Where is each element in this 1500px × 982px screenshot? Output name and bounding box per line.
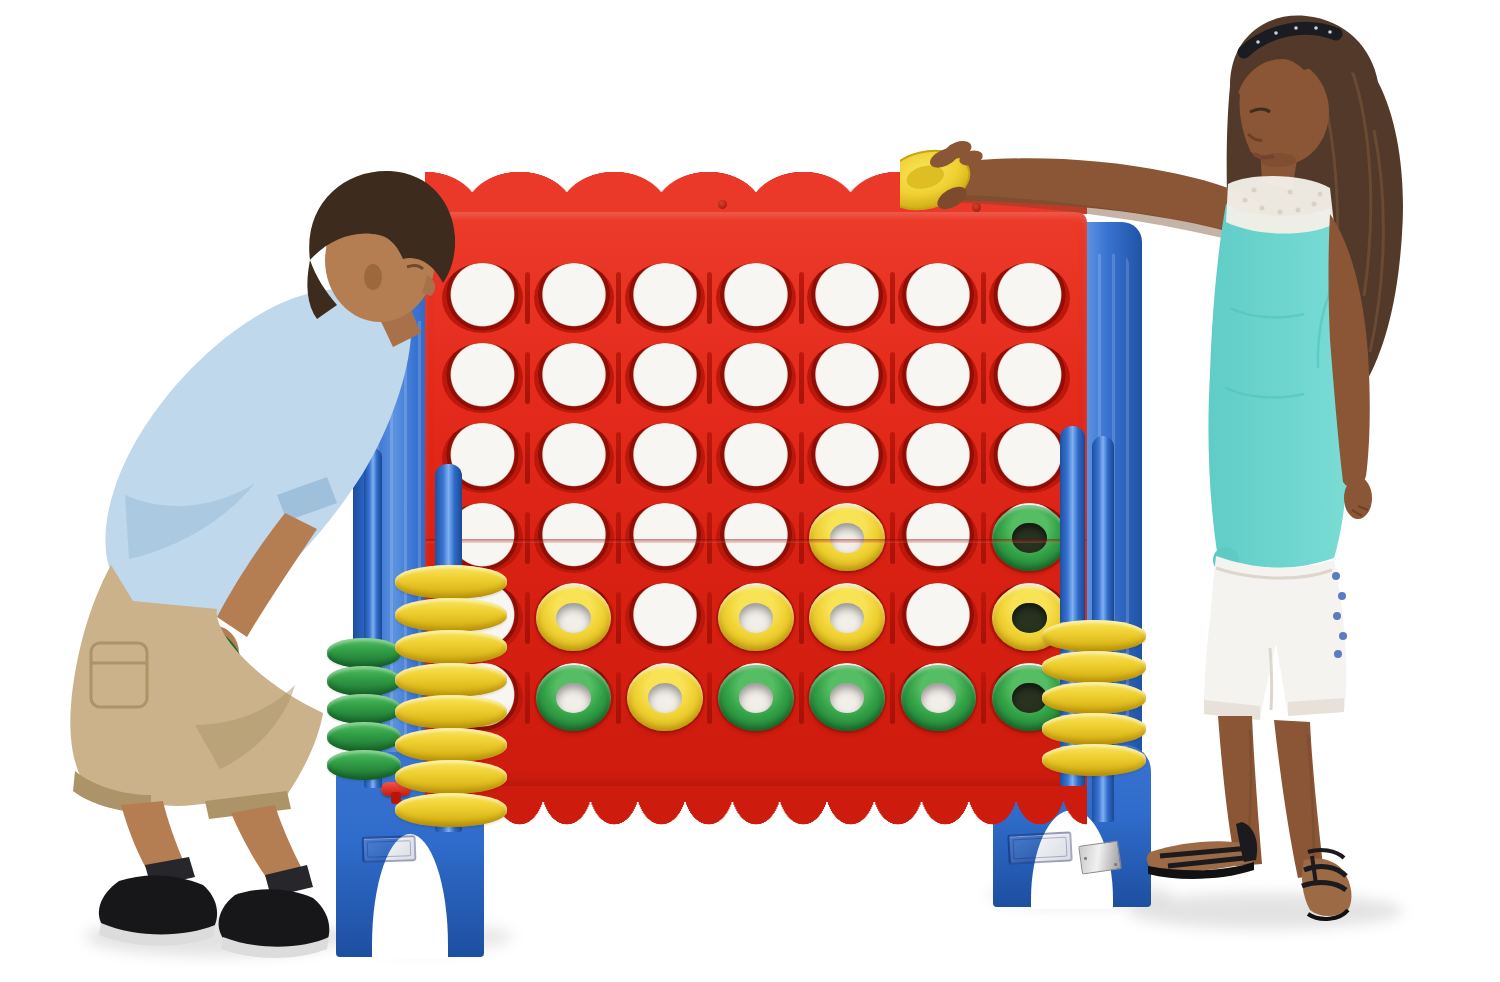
hole <box>625 423 705 493</box>
hole <box>534 423 614 493</box>
boy-player <box>55 165 455 975</box>
yellow-disc <box>718 585 793 651</box>
cell-r1c5[interactable] <box>802 258 893 338</box>
green-disc <box>809 665 884 731</box>
girl-sandals <box>1147 822 1352 919</box>
cell-r6c4[interactable] <box>710 658 801 738</box>
green-disc <box>536 665 611 731</box>
hole <box>625 503 705 573</box>
cell-r6c3[interactable] <box>619 658 710 738</box>
cell-r5c2[interactable] <box>528 578 619 658</box>
cell-r4c2[interactable] <box>528 498 619 578</box>
cell-r5c5[interactable] <box>802 578 893 658</box>
hole <box>716 583 796 653</box>
cell-r3c3[interactable] <box>619 418 710 498</box>
hole <box>534 503 614 573</box>
hole <box>625 343 705 413</box>
hole <box>534 663 614 733</box>
hole <box>534 263 614 333</box>
cell-r2c3[interactable] <box>619 338 710 418</box>
hole <box>807 663 887 733</box>
hole <box>716 263 796 333</box>
girl-player <box>900 8 1460 968</box>
girl-lace-yoke <box>1226 176 1334 233</box>
hole <box>534 583 614 653</box>
hole <box>625 263 705 333</box>
rail-peg-dot <box>718 200 727 209</box>
cell-r5c3[interactable] <box>619 578 710 658</box>
hole <box>807 583 887 653</box>
hole <box>716 503 796 573</box>
cell-r2c5[interactable] <box>802 338 893 418</box>
hole <box>716 663 796 733</box>
hole <box>716 343 796 413</box>
hole <box>625 663 705 733</box>
cell-r2c4[interactable] <box>710 338 801 418</box>
hole <box>625 583 705 653</box>
cell-r6c2[interactable] <box>528 658 619 738</box>
cell-r4c4[interactable] <box>710 498 801 578</box>
cell-r1c2[interactable] <box>528 258 619 338</box>
cell-r2c2[interactable] <box>528 338 619 418</box>
cell-r1c3[interactable] <box>619 258 710 338</box>
cell-r4c3[interactable] <box>619 498 710 578</box>
hole <box>807 263 887 333</box>
cell-r4c5[interactable] <box>802 498 893 578</box>
green-disc <box>718 665 793 731</box>
girl-shorts <box>1204 556 1347 720</box>
yellow-disc <box>809 505 884 571</box>
yellow-disc <box>627 665 702 731</box>
scene <box>0 0 1500 982</box>
cell-r6c5[interactable] <box>802 658 893 738</box>
hole <box>716 423 796 493</box>
yellow-disc <box>536 585 611 651</box>
hole <box>807 343 887 413</box>
cell-r3c4[interactable] <box>710 418 801 498</box>
cell-r1c4[interactable] <box>710 258 801 338</box>
cell-r3c2[interactable] <box>528 418 619 498</box>
cell-r3c5[interactable] <box>802 418 893 498</box>
yellow-disc <box>809 585 884 651</box>
hole <box>534 343 614 413</box>
girl-extended-arm <box>928 158 1260 244</box>
cell-r5c4[interactable] <box>710 578 801 658</box>
hole <box>807 423 887 493</box>
hole <box>807 503 887 573</box>
